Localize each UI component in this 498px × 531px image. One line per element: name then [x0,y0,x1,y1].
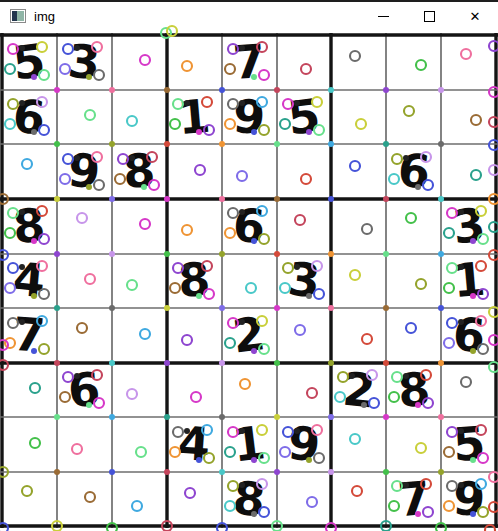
window-controls: ✕ [360,2,498,30]
sudoku-cell-r2c7[interactable] [331,90,386,145]
sudoku-cell-r7c7[interactable]: 2 [331,362,386,417]
sudoku-cell-r4c9[interactable]: 3 [441,199,496,254]
sudoku-cell-r6c2[interactable] [57,308,112,363]
sudoku-cell-r3c4[interactable] [167,144,222,199]
sudoku-cell-r4c3[interactable] [112,199,167,254]
sudoku-cell-r9c5[interactable]: 8 [222,471,277,526]
sudoku-cell-r8c7[interactable] [331,417,386,472]
sudoku-cell-r9c6[interactable] [276,471,331,526]
title-bar[interactable]: img ✕ [0,2,498,30]
window-title: img [34,9,55,24]
sudoku-cell-r5c1[interactable]: 4 [2,253,57,308]
sudoku-digit: 9 [231,93,266,141]
sudoku-cell-r5c2[interactable] [57,253,112,308]
sudoku-cell-r9c4[interactable] [167,471,222,526]
sudoku-cell-r1c8[interactable] [386,35,441,90]
sudoku-cell-r8c1[interactable] [2,417,57,472]
sudoku-cell-r5c9[interactable]: 1 [441,253,496,308]
sudoku-cell-r7c3[interactable] [112,362,167,417]
sudoku-cell-r6c6[interactable] [276,308,331,363]
sudoku-cell-r7c4[interactable] [167,362,222,417]
sudoku-cell-r8c5[interactable]: 1 [222,417,277,472]
sudoku-cell-r6c5[interactable]: 2 [222,308,277,363]
sudoku-cell-r7c5[interactable] [222,362,277,417]
sudoku-digit: 3 [286,256,323,305]
sudoku-cell-r6c8[interactable] [386,308,441,363]
sudoku-cell-r3c9[interactable] [441,144,496,199]
sudoku-cell-r7c9[interactable] [441,362,496,417]
sudoku-cell-r2c8[interactable] [386,90,441,145]
app-icon [10,9,26,23]
sudoku-cell-r9c7[interactable] [331,471,386,526]
sudoku-cell-r1c9[interactable] [441,35,496,90]
sudoku-digit: 6 [67,366,102,414]
sudoku-cell-r4c1[interactable]: 8 [2,199,57,254]
minimize-button[interactable] [360,2,406,30]
sudoku-digit: 6 [231,202,266,250]
sudoku-cell-r6c3[interactable] [112,308,167,363]
sudoku-cell-r4c8[interactable] [386,199,441,254]
sudoku-cell-r2c3[interactable] [112,90,167,145]
sudoku-digit: 8 [231,474,268,523]
sudoku-cell-r7c6[interactable] [276,362,331,417]
sudoku-cell-r2c6[interactable]: 5 [276,90,331,145]
sudoku-digit: 9 [451,475,486,523]
sudoku-digit: 7 [12,311,47,359]
sudoku-cell-r5c8[interactable] [386,253,441,308]
sudoku-cell-r4c6[interactable] [276,199,331,254]
sudoku-cell-r3c6[interactable] [276,144,331,199]
sudoku-cell-r1c6[interactable] [276,35,331,90]
sudoku-cell-r4c5[interactable]: 6 [222,199,277,254]
sudoku-cell-r3c3[interactable]: 8 [112,144,167,199]
sudoku-digit: 1 [176,93,212,142]
sudoku-digit: 9 [66,147,102,196]
sudoku-cell-r4c4[interactable] [167,199,222,254]
sudoku-cell-r1c3[interactable] [112,35,167,90]
sudoku-cell-r2c1[interactable]: 6 [2,90,57,145]
app-icon-teal-half [17,11,24,21]
sudoku-cell-r3c7[interactable] [331,144,386,199]
sudoku-cell-r9c3[interactable] [112,471,167,526]
sudoku-cell-r9c1[interactable] [2,471,57,526]
sudoku-digit: 4 [177,420,212,468]
sudoku-cell-r3c5[interactable] [222,144,277,199]
sudoku-cell-r5c4[interactable]: 8 [167,253,222,308]
sudoku-digit: 1 [230,419,267,469]
sudoku-digit: 5 [11,37,48,87]
sudoku-digit: 8 [11,202,47,251]
minimize-icon [378,16,389,17]
sudoku-cell-r9c2[interactable] [57,471,112,526]
sudoku-cell-r3c1[interactable] [2,144,57,199]
sudoku-cell-r5c6[interactable]: 3 [276,253,331,308]
sudoku-cell-r2c4[interactable]: 1 [167,90,222,145]
sudoku-cell-r1c5[interactable]: 7 [222,35,277,90]
sudoku-cell-r8c6[interactable]: 9 [276,417,331,472]
close-icon: ✕ [470,10,481,23]
sudoku-digit: 6 [395,147,432,196]
sudoku-cell-r7c2[interactable]: 6 [57,362,112,417]
sudoku-cell-r6c9[interactable]: 6 [441,308,496,363]
sudoku-digit: 2 [340,365,377,414]
sudoku-digit: 4 [11,256,47,305]
sudoku-digit: 8 [122,147,157,195]
sudoku-cell-r1c2[interactable]: 3 [57,35,112,90]
sudoku-cell-r1c4[interactable] [167,35,222,90]
sudoku-cell-r5c3[interactable] [112,253,167,308]
sudoku-cell-r5c5[interactable] [222,253,277,308]
sudoku-cell-r8c9[interactable]: 5 [441,417,496,472]
sudoku-cell-r6c4[interactable] [167,308,222,363]
sudoku-digit: 3 [450,201,487,251]
sudoku-cell-r7c1[interactable] [2,362,57,417]
close-button[interactable]: ✕ [452,2,498,30]
sudoku-cell-r3c2[interactable]: 9 [57,144,112,199]
sudoku-digit: 3 [66,38,102,87]
maximize-icon [424,11,435,22]
sudoku-digit: 5 [285,92,322,142]
sudoku-digit: 7 [396,474,432,523]
sudoku-cell-r3c8[interactable]: 6 [386,144,441,199]
maximize-button[interactable] [406,2,452,30]
sudoku-grid: 537619598686348317266284195879 [2,35,496,526]
sudoku-digit: 5 [451,420,486,468]
sudoku-cell-r8c3[interactable] [112,417,167,472]
sudoku-cell-r2c5[interactable]: 9 [222,90,277,145]
sudoku-cell-r4c7[interactable] [331,199,386,254]
sudoku-digit: 8 [396,365,432,414]
sudoku-digit: 8 [177,256,212,304]
app-window: img ✕ 537619598686348317266284195879 [0,0,498,531]
sudoku-cell-r8c4[interactable]: 4 [167,417,222,472]
sudoku-cell-r8c2[interactable] [57,417,112,472]
sudoku-cell-r2c9[interactable] [441,90,496,145]
sudoku-digit: 1 [451,256,487,305]
sudoku-cell-r8c8[interactable] [386,417,441,472]
sudoku-digit: 6 [11,92,48,141]
sudoku-digit: 2 [230,310,267,360]
sudoku-cell-r6c7[interactable] [331,308,386,363]
sudoku-cell-r9c8[interactable]: 7 [386,471,441,526]
sudoku-cell-r9c9[interactable]: 9 [441,471,496,526]
sudoku-digit: 7 [231,38,266,86]
sudoku-cell-r7c8[interactable]: 8 [386,362,441,417]
sudoku-cell-r1c7[interactable] [331,35,386,90]
sudoku-cell-r5c7[interactable] [331,253,386,308]
sudoku-cell-r6c1[interactable]: 7 [2,308,57,363]
sudoku-cell-r1c1[interactable]: 5 [2,35,57,90]
sudoku-cell-r4c2[interactable] [57,199,112,254]
sudoku-cell-r2c2[interactable] [57,90,112,145]
sudoku-digit: 9 [286,420,322,469]
sudoku-digit: 6 [451,311,487,360]
